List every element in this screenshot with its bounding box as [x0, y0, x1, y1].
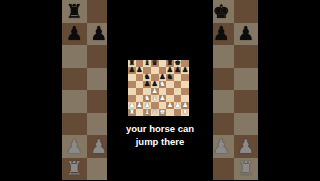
square-h4 [181, 88, 189, 95]
square-a2: ♟ [62, 135, 87, 158]
square-a4 [62, 90, 87, 113]
square-f1 [166, 109, 174, 116]
square-h1: ♜ [181, 109, 189, 116]
white-knight: ♞ [159, 81, 167, 88]
white-rook: ♜ [234, 158, 259, 181]
square-b4 [136, 88, 144, 95]
caption-line-1: your horse can [107, 123, 213, 136]
square-h6 [181, 74, 189, 81]
square-e8 [159, 60, 167, 67]
square-f2: ♟ [166, 102, 174, 109]
square-a6 [128, 74, 136, 81]
square-c8: ♝ [143, 60, 151, 67]
square-d3: ♝ [151, 95, 159, 102]
square-a7: ♟ [128, 67, 136, 74]
square-h4 [234, 90, 259, 113]
square-c1: ♝ [143, 109, 151, 116]
square-b2: ♟ [136, 102, 144, 109]
square-h7: ♟ [181, 67, 189, 74]
square-h2: ♟ [234, 135, 259, 158]
black-pawn: ♟ [128, 67, 136, 74]
white-rook: ♜ [128, 109, 136, 116]
white-pawn: ♟ [174, 102, 182, 109]
square-d7 [151, 67, 159, 74]
square-h7: ♟ [234, 23, 259, 46]
square-d1: ♛ [151, 109, 159, 116]
square-g4 [174, 88, 182, 95]
square-h5 [181, 81, 189, 88]
white-bishop: ♝ [143, 109, 151, 116]
white-rook: ♜ [181, 109, 189, 116]
square-a7: ♟ [62, 23, 87, 46]
video-center-column: ♜♝♛♜♚♟♟♟♟♟♞♟♞♟♟♞♟♞♝♟♟♟♟♟♟♟♜♝♛♚♜ your hor… [107, 0, 213, 180]
square-g1 [174, 109, 182, 116]
square-a3 [62, 113, 87, 136]
square-b5 [136, 81, 144, 88]
square-g5 [174, 81, 182, 88]
black-pawn: ♟ [234, 23, 259, 46]
white-pawn: ♟ [159, 95, 167, 102]
white-pawn: ♟ [234, 135, 259, 158]
square-b7: ♟ [136, 67, 144, 74]
square-e1: ♚ [159, 109, 167, 116]
square-g6 [174, 74, 182, 81]
square-e3: ♟ [159, 95, 167, 102]
square-h8 [234, 0, 259, 23]
black-knight: ♞ [166, 74, 174, 81]
square-h5 [234, 68, 259, 91]
square-c5: ♟ [143, 81, 151, 88]
square-a1: ♜ [128, 109, 136, 116]
square-h6 [234, 45, 259, 68]
square-a5 [62, 68, 87, 91]
white-pawn: ♟ [136, 102, 144, 109]
square-g2: ♟ [174, 102, 182, 109]
square-f5 [166, 81, 174, 88]
white-bishop: ♝ [151, 95, 159, 102]
black-pawn: ♟ [181, 67, 189, 74]
square-d8: ♛ [151, 60, 159, 67]
white-pawn: ♟ [166, 102, 174, 109]
square-a8: ♜ [62, 0, 87, 23]
square-a1: ♜ [62, 158, 87, 181]
square-f4 [166, 88, 174, 95]
white-queen: ♛ [151, 109, 159, 116]
black-pawn: ♟ [174, 67, 182, 74]
square-f6: ♞ [166, 74, 174, 81]
black-pawn: ♟ [136, 67, 144, 74]
chess-board: ♜♝♛♜♚♟♟♟♟♟♞♟♞♟♟♞♟♞♝♟♟♟♟♟♟♟♜♝♛♚♜ [128, 60, 189, 116]
white-king: ♚ [159, 109, 167, 116]
square-h3 [234, 113, 259, 136]
video-frame[interactable]: ♜♝♛♜♚♟♟♟♟♟♞♟♞♟♟♞♟♞♝♟♟♟♟♟♟♟♜♝♛♚♜ ♜♝♛♜♚♟♟♟… [0, 0, 320, 180]
square-a6 [62, 45, 87, 68]
square-a4 [128, 88, 136, 95]
caption-line-2: jump there [107, 136, 213, 149]
square-e5: ♞ [159, 81, 167, 88]
square-g7: ♟ [174, 67, 182, 74]
black-pawn: ♟ [143, 81, 151, 88]
square-a5 [128, 81, 136, 88]
caption: your horse can jump there [107, 123, 213, 148]
white-rook: ♜ [62, 158, 87, 181]
black-queen: ♛ [151, 60, 159, 67]
black-rook: ♜ [62, 0, 87, 23]
black-pawn: ♟ [62, 23, 87, 46]
white-pawn: ♟ [62, 135, 87, 158]
black-bishop: ♝ [143, 60, 151, 67]
square-b6 [136, 74, 144, 81]
square-b1 [136, 109, 144, 116]
square-h1: ♜ [234, 158, 259, 181]
